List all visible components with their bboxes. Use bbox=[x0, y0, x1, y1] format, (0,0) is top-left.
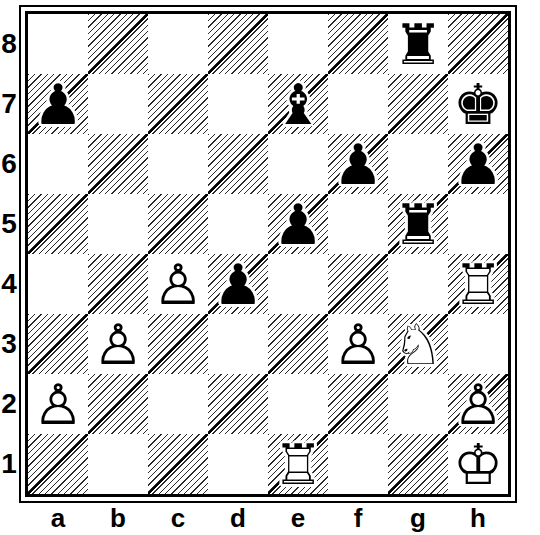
square-e5[interactable]: ♟ bbox=[268, 194, 328, 254]
piece-outline: ♔ bbox=[453, 437, 503, 493]
rank-label-4: 4 bbox=[0, 254, 18, 314]
rank-label-1: 1 bbox=[0, 434, 18, 494]
square-a4[interactable] bbox=[28, 254, 88, 314]
square-d6[interactable] bbox=[208, 134, 268, 194]
piece-outline: ♙ bbox=[33, 377, 83, 433]
black-pawn[interactable]: ♟ bbox=[453, 137, 503, 193]
square-h4[interactable]: ♜♖ bbox=[448, 254, 508, 314]
rank-label-6: 6 bbox=[0, 134, 18, 194]
file-label-d: d bbox=[208, 503, 268, 534]
piece-outline: ♙ bbox=[453, 377, 503, 433]
rank-label-3: 3 bbox=[0, 314, 18, 374]
square-h6[interactable]: ♟ bbox=[448, 134, 508, 194]
chess-board: ♜♟♝♚♟♟♟♜♟♙♟♜♖♟♙♟♙♞♘♟♙♟♙♜♖♚♔ bbox=[28, 14, 508, 494]
file-label-c: c bbox=[148, 503, 208, 534]
square-b8[interactable] bbox=[88, 14, 148, 74]
square-c3[interactable] bbox=[148, 314, 208, 374]
square-c4[interactable]: ♟♙ bbox=[148, 254, 208, 314]
file-label-b: b bbox=[88, 503, 148, 534]
square-g2[interactable] bbox=[388, 374, 448, 434]
rank-label-2: 2 bbox=[0, 374, 18, 434]
square-f7[interactable] bbox=[328, 74, 388, 134]
square-d8[interactable] bbox=[208, 14, 268, 74]
chess-board-inner-frame: ♜♟♝♚♟♟♟♜♟♙♟♜♖♟♙♟♙♞♘♟♙♟♙♜♖♚♔ bbox=[25, 11, 511, 497]
square-d4[interactable]: ♟ bbox=[208, 254, 268, 314]
square-g4[interactable] bbox=[388, 254, 448, 314]
square-a5[interactable] bbox=[28, 194, 88, 254]
file-label-a: a bbox=[28, 503, 88, 534]
square-b5[interactable] bbox=[88, 194, 148, 254]
square-c2[interactable] bbox=[148, 374, 208, 434]
black-pawn[interactable]: ♟ bbox=[33, 77, 83, 133]
square-a3[interactable] bbox=[28, 314, 88, 374]
square-f8[interactable] bbox=[328, 14, 388, 74]
square-e8[interactable] bbox=[268, 14, 328, 74]
square-g5[interactable]: ♜ bbox=[388, 194, 448, 254]
rank-label-7: 7 bbox=[0, 74, 18, 134]
square-e1[interactable]: ♜♖ bbox=[268, 434, 328, 494]
square-a7[interactable]: ♟ bbox=[28, 74, 88, 134]
white-rook[interactable]: ♜♖ bbox=[453, 257, 503, 313]
square-d5[interactable] bbox=[208, 194, 268, 254]
square-a6[interactable] bbox=[28, 134, 88, 194]
black-king[interactable]: ♚ bbox=[453, 77, 503, 133]
square-e6[interactable] bbox=[268, 134, 328, 194]
piece-outline: ♖ bbox=[453, 257, 503, 313]
chess-board-frame: ♜♟♝♚♟♟♟♜♟♙♟♜♖♟♙♟♙♞♘♟♙♟♙♜♖♚♔ bbox=[19, 5, 517, 503]
white-rook[interactable]: ♜♖ bbox=[273, 437, 323, 493]
file-labels: abcdefgh bbox=[28, 503, 508, 533]
file-label-f: f bbox=[328, 503, 388, 534]
file-label-g: g bbox=[388, 503, 448, 534]
black-pawn[interactable]: ♟ bbox=[213, 257, 263, 313]
square-b7[interactable] bbox=[88, 74, 148, 134]
white-pawn[interactable]: ♟♙ bbox=[153, 257, 203, 313]
square-e4[interactable] bbox=[268, 254, 328, 314]
square-b2[interactable] bbox=[88, 374, 148, 434]
black-bishop[interactable]: ♝ bbox=[273, 77, 323, 133]
chess-diagram: 87654321 ♜♟♝♚♟♟♟♜♟♙♟♜♖♟♙♟♙♞♘♟♙♟♙♜♖♚♔ abc… bbox=[0, 0, 540, 535]
square-g3[interactable]: ♞♘ bbox=[388, 314, 448, 374]
square-h1[interactable]: ♚♔ bbox=[448, 434, 508, 494]
square-h8[interactable] bbox=[448, 14, 508, 74]
black-rook[interactable]: ♜ bbox=[393, 17, 443, 73]
square-f5[interactable] bbox=[328, 194, 388, 254]
white-pawn[interactable]: ♟♙ bbox=[93, 317, 143, 373]
square-c5[interactable] bbox=[148, 194, 208, 254]
square-d1[interactable] bbox=[208, 434, 268, 494]
file-label-e: e bbox=[268, 503, 328, 534]
square-c6[interactable] bbox=[148, 134, 208, 194]
square-f2[interactable] bbox=[328, 374, 388, 434]
square-e2[interactable] bbox=[268, 374, 328, 434]
white-pawn[interactable]: ♟♙ bbox=[333, 317, 383, 373]
rank-label-5: 5 bbox=[0, 194, 18, 254]
piece-outline: ♖ bbox=[273, 437, 323, 493]
white-pawn[interactable]: ♟♙ bbox=[453, 377, 503, 433]
file-label-h: h bbox=[448, 503, 508, 534]
white-king[interactable]: ♚♔ bbox=[453, 437, 503, 493]
square-h2[interactable]: ♟♙ bbox=[448, 374, 508, 434]
square-g7[interactable] bbox=[388, 74, 448, 134]
square-c1[interactable] bbox=[148, 434, 208, 494]
rank-labels: 87654321 bbox=[0, 14, 18, 494]
piece-outline: ♘ bbox=[393, 317, 443, 373]
white-knight[interactable]: ♞♘ bbox=[393, 317, 443, 373]
square-d2[interactable] bbox=[208, 374, 268, 434]
square-f3[interactable]: ♟♙ bbox=[328, 314, 388, 374]
square-b1[interactable] bbox=[88, 434, 148, 494]
square-h7[interactable]: ♚ bbox=[448, 74, 508, 134]
piece-outline: ♙ bbox=[333, 317, 383, 373]
rank-label-8: 8 bbox=[0, 14, 18, 74]
square-f4[interactable] bbox=[328, 254, 388, 314]
piece-outline: ♙ bbox=[153, 257, 203, 313]
square-c8[interactable] bbox=[148, 14, 208, 74]
square-h3[interactable] bbox=[448, 314, 508, 374]
square-b6[interactable] bbox=[88, 134, 148, 194]
square-f6[interactable]: ♟ bbox=[328, 134, 388, 194]
square-c7[interactable] bbox=[148, 74, 208, 134]
square-h5[interactable] bbox=[448, 194, 508, 254]
square-b4[interactable] bbox=[88, 254, 148, 314]
square-b3[interactable]: ♟♙ bbox=[88, 314, 148, 374]
square-a2[interactable]: ♟♙ bbox=[28, 374, 88, 434]
square-a1[interactable] bbox=[28, 434, 88, 494]
square-f1[interactable] bbox=[328, 434, 388, 494]
square-e7[interactable]: ♝ bbox=[268, 74, 328, 134]
square-d3[interactable] bbox=[208, 314, 268, 374]
square-g1[interactable] bbox=[388, 434, 448, 494]
black-pawn[interactable]: ♟ bbox=[273, 197, 323, 253]
piece-outline: ♙ bbox=[93, 317, 143, 373]
square-a8[interactable] bbox=[28, 14, 88, 74]
square-g8[interactable]: ♜ bbox=[388, 14, 448, 74]
white-pawn[interactable]: ♟♙ bbox=[33, 377, 83, 433]
black-rook[interactable]: ♜ bbox=[393, 197, 443, 253]
square-e3[interactable] bbox=[268, 314, 328, 374]
square-g6[interactable] bbox=[388, 134, 448, 194]
black-pawn[interactable]: ♟ bbox=[333, 137, 383, 193]
square-d7[interactable] bbox=[208, 74, 268, 134]
